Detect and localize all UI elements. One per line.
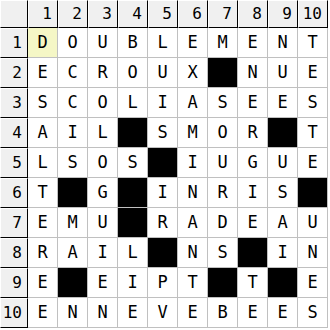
grid-cell-r5c6[interactable]: I xyxy=(178,148,208,178)
grid-cell-r3c2[interactable]: C xyxy=(58,88,88,118)
grid-cell-r1c2[interactable]: O xyxy=(58,28,88,58)
grid-cell-r1c5[interactable]: L xyxy=(148,28,178,58)
grid-cell-r10c5[interactable]: V xyxy=(148,298,178,328)
grid-cell-r2c3[interactable]: R xyxy=(88,58,118,88)
grid-cell-r5c2[interactable]: S xyxy=(58,148,88,178)
grid-cell-r7c1[interactable]: E xyxy=(28,208,58,238)
grid-cell-r2c4[interactable]: O xyxy=(118,58,148,88)
black-cell-r2c7 xyxy=(208,58,238,88)
grid-cell-r10c2[interactable]: N xyxy=(58,298,88,328)
grid-cell-r8c7[interactable]: S xyxy=(208,238,238,268)
grid-cell-r5c3[interactable]: O xyxy=(88,148,118,178)
row-header-7: 7 xyxy=(0,208,28,238)
grid-cell-r4c8[interactable]: R xyxy=(238,118,268,148)
row-header-2: 2 xyxy=(0,58,28,88)
grid-cell-r7c8[interactable]: E xyxy=(238,208,268,238)
grid-cell-r10c7[interactable]: B xyxy=(208,298,238,328)
grid-cell-r1c9[interactable]: N xyxy=(268,28,298,58)
selected-grid-cell-r1c1[interactable]: D xyxy=(28,28,58,58)
row-header-8: 8 xyxy=(0,238,28,268)
row-header-5: 5 xyxy=(0,148,28,178)
grid-cell-r10c10[interactable]: S xyxy=(298,298,328,328)
grid-cell-r1c8[interactable]: E xyxy=(238,28,268,58)
black-cell-r6c4 xyxy=(118,178,148,208)
col-header-7: 7 xyxy=(208,0,238,28)
grid-cell-r5c9[interactable]: U xyxy=(268,148,298,178)
grid-cell-r8c1[interactable]: R xyxy=(28,238,58,268)
grid-cell-r6c8[interactable]: I xyxy=(238,178,268,208)
grid-cell-r4c6[interactable]: M xyxy=(178,118,208,148)
row-header-9: 9 xyxy=(0,268,28,298)
grid-cell-r2c8[interactable]: N xyxy=(238,58,268,88)
row-header-4: 4 xyxy=(0,118,28,148)
black-cell-r6c10 xyxy=(298,178,328,208)
grid-cell-r5c8[interactable]: G xyxy=(238,148,268,178)
grid-cell-r7c5[interactable]: R xyxy=(148,208,178,238)
grid-cell-r4c7[interactable]: O xyxy=(208,118,238,148)
grid-cell-r10c4[interactable]: E xyxy=(118,298,148,328)
grid-cell-r8c10[interactable]: N xyxy=(298,238,328,268)
black-cell-r6c2 xyxy=(58,178,88,208)
col-header-2: 2 xyxy=(58,0,88,28)
grid-cell-r4c1[interactable]: A xyxy=(28,118,58,148)
row-header-10: 10 xyxy=(0,298,28,328)
grid-cell-r2c10[interactable]: E xyxy=(298,58,328,88)
grid-cell-r9c4[interactable]: I xyxy=(118,268,148,298)
grid-cell-r9c8[interactable]: T xyxy=(238,268,268,298)
col-header-5: 5 xyxy=(148,0,178,28)
grid-cell-r9c10[interactable]: E xyxy=(298,268,328,298)
row-header-3: 3 xyxy=(0,88,28,118)
grid-cell-r5c4[interactable]: S xyxy=(118,148,148,178)
grid-cell-r3c5[interactable]: I xyxy=(148,88,178,118)
col-header-9: 9 xyxy=(268,0,298,28)
grid-cell-r4c10[interactable]: T xyxy=(298,118,328,148)
grid-cell-r2c5[interactable]: U xyxy=(148,58,178,88)
grid-cell-r3c9[interactable]: E xyxy=(268,88,298,118)
grid-cell-r8c6[interactable]: N xyxy=(178,238,208,268)
black-cell-r8c5 xyxy=(148,238,178,268)
grid-cell-r9c6[interactable]: T xyxy=(178,268,208,298)
grid-cell-r8c4[interactable]: L xyxy=(118,238,148,268)
black-cell-r9c2 xyxy=(58,268,88,298)
col-header-3: 3 xyxy=(88,0,118,28)
corner-header xyxy=(0,0,28,28)
grid-cell-r3c4[interactable]: L xyxy=(118,88,148,118)
black-cell-r9c7 xyxy=(208,268,238,298)
grid-cell-r3c7[interactable]: S xyxy=(208,88,238,118)
grid-cell-r5c10[interactable]: E xyxy=(298,148,328,178)
grid-cell-r7c9[interactable]: A xyxy=(268,208,298,238)
black-cell-r7c4 xyxy=(118,208,148,238)
grid-cell-r3c10[interactable]: S xyxy=(298,88,328,118)
grid-cell-r6c5[interactable]: I xyxy=(148,178,178,208)
grid-cell-r5c7[interactable]: U xyxy=(208,148,238,178)
black-cell-r5c5 xyxy=(148,148,178,178)
grid-cell-r9c5[interactable]: P xyxy=(148,268,178,298)
grid-cell-r1c6[interactable]: E xyxy=(178,28,208,58)
col-header-4: 4 xyxy=(118,0,148,28)
grid-cell-r2c1[interactable]: E xyxy=(28,58,58,88)
black-cell-r4c4 xyxy=(118,118,148,148)
grid-cell-r4c2[interactable]: I xyxy=(58,118,88,148)
grid-cell-r6c3[interactable]: G xyxy=(88,178,118,208)
grid-cell-r4c3[interactable]: L xyxy=(88,118,118,148)
grid-cell-r2c9[interactable]: U xyxy=(268,58,298,88)
grid-cell-r6c9[interactable]: S xyxy=(268,178,298,208)
grid-cell-r10c6[interactable]: E xyxy=(178,298,208,328)
grid-cell-r7c6[interactable]: A xyxy=(178,208,208,238)
grid-cell-r3c1[interactable]: S xyxy=(28,88,58,118)
crossword-grid: 123456789101DOUBLEMENT2ECROUXNUE3SCOLIAS… xyxy=(0,0,330,328)
row-header-1: 1 xyxy=(0,28,28,58)
grid-cell-r6c1[interactable]: T xyxy=(28,178,58,208)
grid-cell-r10c1[interactable]: E xyxy=(28,298,58,328)
col-header-10: 10 xyxy=(298,0,328,28)
grid-cell-r7c7[interactable]: D xyxy=(208,208,238,238)
grid-cell-r10c8[interactable]: E xyxy=(238,298,268,328)
grid-cell-r7c2[interactable]: M xyxy=(58,208,88,238)
grid-cell-r1c7[interactable]: M xyxy=(208,28,238,58)
black-cell-r9c9 xyxy=(268,268,298,298)
grid-cell-r3c8[interactable]: E xyxy=(238,88,268,118)
grid-cell-r8c9[interactable]: I xyxy=(268,238,298,268)
black-cell-r4c9 xyxy=(268,118,298,148)
grid-cell-r8c2[interactable]: A xyxy=(58,238,88,268)
col-header-6: 6 xyxy=(178,0,208,28)
grid-cell-r2c2[interactable]: C xyxy=(58,58,88,88)
grid-cell-r3c3[interactable]: O xyxy=(88,88,118,118)
col-header-8: 8 xyxy=(238,0,268,28)
grid-cell-r5c1[interactable]: L xyxy=(28,148,58,178)
grid-cell-r1c3[interactable]: U xyxy=(88,28,118,58)
grid-cell-r1c10[interactable]: T xyxy=(298,28,328,58)
crossword-board: 123456789101DOUBLEMENT2ECROUXNUE3SCOLIAS… xyxy=(0,0,330,330)
grid-cell-r6c7[interactable]: R xyxy=(208,178,238,208)
grid-cell-r8c3[interactable]: I xyxy=(88,238,118,268)
grid-cell-r6c6[interactable]: N xyxy=(178,178,208,208)
grid-cell-r3c6[interactable]: A xyxy=(178,88,208,118)
grid-cell-r4c5[interactable]: S xyxy=(148,118,178,148)
row-header-6: 6 xyxy=(0,178,28,208)
black-cell-r8c8 xyxy=(238,238,268,268)
grid-cell-r10c9[interactable]: E xyxy=(268,298,298,328)
grid-cell-r7c3[interactable]: U xyxy=(88,208,118,238)
col-header-1: 1 xyxy=(28,0,58,28)
grid-cell-r10c3[interactable]: N xyxy=(88,298,118,328)
grid-cell-r1c4[interactable]: B xyxy=(118,28,148,58)
grid-cell-r9c3[interactable]: E xyxy=(88,268,118,298)
grid-cell-r7c10[interactable]: U xyxy=(298,208,328,238)
grid-cell-r9c1[interactable]: E xyxy=(28,268,58,298)
grid-cell-r2c6[interactable]: X xyxy=(178,58,208,88)
